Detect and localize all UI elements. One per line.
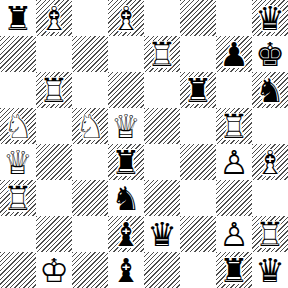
white-queen-halo: ♛ [0,144,36,180]
black-queen-halo: ♛ [144,216,180,252]
piece-black-rook-a8[interactable]: ♜♜ [0,0,36,36]
square-b6[interactable]: ♜♖ [36,72,72,108]
square-h4[interactable]: ♝♗ [252,144,288,180]
piece-white-knight-c5[interactable]: ♞♘ [72,108,108,144]
black-rook-halo: ♜ [108,144,144,180]
white-knight-halo: ♞ [72,108,108,144]
black-knight-halo: ♞ [252,72,288,108]
square-c1[interactable] [72,252,108,288]
piece-white-bishop-b8[interactable]: ♝♗ [36,0,72,36]
piece-white-bishop-h4[interactable]: ♝♗ [252,144,288,180]
square-d1[interactable]: ♝♝ [108,252,144,288]
square-a1[interactable] [0,252,36,288]
black-pawn-icon: ♟ [216,36,252,72]
piece-black-rook-g1[interactable]: ♜♜ [216,252,252,288]
square-a5[interactable]: ♞♘ [0,108,36,144]
piece-white-pawn-g4[interactable]: ♟♙ [216,144,252,180]
square-g7[interactable]: ♟♟ [216,36,252,72]
square-b5[interactable] [36,108,72,144]
piece-black-knight-d3[interactable]: ♞♞ [108,180,144,216]
white-queen-icon: ♕ [108,108,144,144]
square-e1[interactable] [144,252,180,288]
black-queen-icon: ♛ [252,252,288,288]
white-rook-icon: ♖ [216,108,252,144]
square-f6[interactable]: ♜♜ [180,72,216,108]
square-a7[interactable] [0,36,36,72]
black-bishop-halo: ♝ [108,252,144,288]
square-g3[interactable] [216,180,252,216]
white-bishop-icon: ♗ [108,0,144,36]
square-h1[interactable]: ♛♛ [252,252,288,288]
square-f4[interactable] [180,144,216,180]
square-a2[interactable] [0,216,36,252]
piece-white-rook-a3[interactable]: ♜♖ [0,180,36,216]
square-e7[interactable]: ♜♖ [144,36,180,72]
square-e6[interactable] [144,72,180,108]
square-c2[interactable] [72,216,108,252]
piece-black-king-h7[interactable]: ♚♚ [252,36,288,72]
square-e2[interactable]: ♛♛ [144,216,180,252]
piece-white-king-b1[interactable]: ♚♔ [36,252,72,288]
black-knight-icon: ♞ [108,180,144,216]
square-h5[interactable] [252,108,288,144]
black-bishop-halo: ♝ [108,216,144,252]
square-c7[interactable] [72,36,108,72]
black-rook-icon: ♜ [216,252,252,288]
square-a4[interactable]: ♛♕ [0,144,36,180]
white-bishop-halo: ♝ [108,0,144,36]
white-pawn-halo: ♟ [216,144,252,180]
black-queen-icon: ♛ [252,0,288,36]
piece-white-rook-b6[interactable]: ♜♖ [36,72,72,108]
square-e4[interactable] [144,144,180,180]
square-a8[interactable]: ♜♜ [0,0,36,36]
piece-black-queen-h1[interactable]: ♛♛ [252,252,288,288]
black-rook-icon: ♜ [108,144,144,180]
white-bishop-icon: ♗ [252,144,288,180]
piece-white-queen-a4[interactable]: ♛♕ [0,144,36,180]
square-h8[interactable]: ♛♛ [252,0,288,36]
square-f8[interactable] [180,0,216,36]
square-c5[interactable]: ♞♘ [72,108,108,144]
square-b1[interactable]: ♚♔ [36,252,72,288]
white-rook-halo: ♜ [36,72,72,108]
square-e8[interactable] [144,0,180,36]
black-rook-halo: ♜ [0,0,36,36]
black-queen-icon: ♛ [144,216,180,252]
square-d5[interactable]: ♛♕ [108,108,144,144]
piece-white-rook-e7[interactable]: ♜♖ [144,36,180,72]
white-bishop-halo: ♝ [252,144,288,180]
square-d7[interactable] [108,36,144,72]
piece-black-pawn-g7[interactable]: ♟♟ [216,36,252,72]
black-knight-halo: ♞ [108,180,144,216]
piece-white-rook-h2[interactable]: ♜♖ [252,216,288,252]
square-e3[interactable] [144,180,180,216]
square-b4[interactable] [36,144,72,180]
white-king-icon: ♔ [36,252,72,288]
piece-black-bishop-d2[interactable]: ♝♝ [108,216,144,252]
chess-board: ♜♜♝♗♝♗♛♛♜♖♟♟♚♚♜♖♜♜♞♞♞♘♞♘♛♕♜♖♛♕♜♜♟♙♝♗♜♖♞♞… [0,0,288,288]
black-rook-halo: ♜ [216,252,252,288]
square-f3[interactable] [180,180,216,216]
piece-black-queen-h8[interactable]: ♛♛ [252,0,288,36]
square-g5[interactable]: ♜♖ [216,108,252,144]
white-queen-icon: ♕ [0,144,36,180]
black-pawn-halo: ♟ [216,36,252,72]
white-pawn-halo: ♟ [216,216,252,252]
piece-white-pawn-g2[interactable]: ♟♙ [216,216,252,252]
square-b3[interactable] [36,180,72,216]
square-f5[interactable] [180,108,216,144]
square-d3[interactable]: ♞♞ [108,180,144,216]
white-rook-icon: ♖ [144,36,180,72]
square-b8[interactable]: ♝♗ [36,0,72,36]
white-rook-icon: ♖ [36,72,72,108]
square-f1[interactable] [180,252,216,288]
square-b2[interactable] [36,216,72,252]
black-king-icon: ♚ [252,36,288,72]
white-rook-halo: ♜ [0,180,36,216]
square-g1[interactable]: ♜♜ [216,252,252,288]
square-c8[interactable] [72,0,108,36]
white-queen-halo: ♛ [108,108,144,144]
black-rook-icon: ♜ [0,0,36,36]
square-h6[interactable]: ♞♞ [252,72,288,108]
square-d6[interactable] [108,72,144,108]
square-h2[interactable]: ♜♖ [252,216,288,252]
white-pawn-icon: ♙ [216,144,252,180]
black-queen-halo: ♛ [252,252,288,288]
piece-white-queen-d5[interactable]: ♛♕ [108,108,144,144]
piece-black-bishop-d1[interactable]: ♝♝ [108,252,144,288]
black-bishop-icon: ♝ [108,216,144,252]
square-f2[interactable] [180,216,216,252]
white-bishop-halo: ♝ [36,0,72,36]
piece-white-knight-a5[interactable]: ♞♘ [0,108,36,144]
square-h3[interactable] [252,180,288,216]
square-e5[interactable] [144,108,180,144]
white-pawn-icon: ♙ [216,216,252,252]
white-rook-halo: ♜ [144,36,180,72]
square-g8[interactable] [216,0,252,36]
white-knight-icon: ♘ [72,108,108,144]
white-rook-halo: ♜ [216,108,252,144]
square-b7[interactable] [36,36,72,72]
square-c4[interactable] [72,144,108,180]
piece-white-rook-g5[interactable]: ♜♖ [216,108,252,144]
square-d8[interactable]: ♝♗ [108,0,144,36]
white-rook-halo: ♜ [252,216,288,252]
white-knight-icon: ♘ [0,108,36,144]
square-g6[interactable] [216,72,252,108]
piece-black-knight-h6[interactable]: ♞♞ [252,72,288,108]
piece-white-bishop-d8[interactable]: ♝♗ [108,0,144,36]
black-king-halo: ♚ [252,36,288,72]
white-knight-halo: ♞ [0,108,36,144]
square-a3[interactable]: ♜♖ [0,180,36,216]
square-h7[interactable]: ♚♚ [252,36,288,72]
piece-black-rook-f6[interactable]: ♜♜ [180,72,216,108]
square-c6[interactable] [72,72,108,108]
piece-black-queen-e2[interactable]: ♛♛ [144,216,180,252]
white-bishop-icon: ♗ [36,0,72,36]
square-d2[interactable]: ♝♝ [108,216,144,252]
white-king-halo: ♚ [36,252,72,288]
square-c3[interactable] [72,180,108,216]
piece-black-rook-d4[interactable]: ♜♜ [108,144,144,180]
black-rook-halo: ♜ [180,72,216,108]
square-g2[interactable]: ♟♙ [216,216,252,252]
white-rook-icon: ♖ [252,216,288,252]
black-knight-icon: ♞ [252,72,288,108]
white-rook-icon: ♖ [0,180,36,216]
square-f7[interactable] [180,36,216,72]
square-a6[interactable] [0,72,36,108]
square-g4[interactable]: ♟♙ [216,144,252,180]
black-bishop-icon: ♝ [108,252,144,288]
black-rook-icon: ♜ [180,72,216,108]
square-d4[interactable]: ♜♜ [108,144,144,180]
black-queen-halo: ♛ [252,0,288,36]
